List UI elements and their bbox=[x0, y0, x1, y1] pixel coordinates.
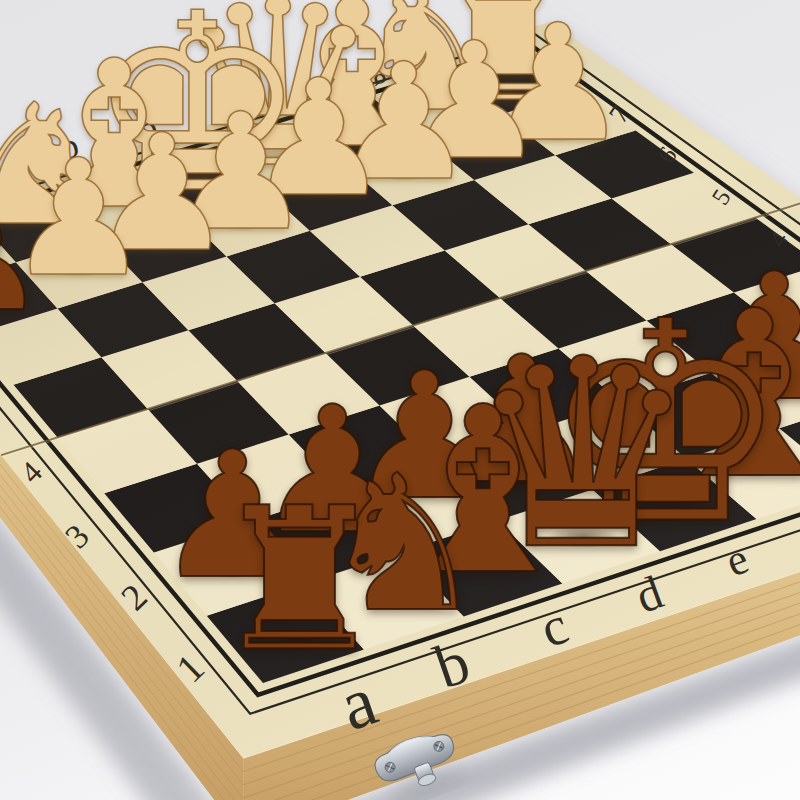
piece-dark-rook-a1[interactable]: ♜ bbox=[211, 482, 388, 679]
pieces: ♞♝♚♛♝♞♜♟♟♟♟♟♟♟♟♜♞♝♛♚♝♟♟♟♟♟ bbox=[0, 0, 800, 800]
piece-dark-pawn-a7[interactable]: ♟ bbox=[0, 173, 48, 334]
chess-set-photo: cdefghabcde12347654 ♞♝♚♛♝♞♜♟♟♟♟♟♟♟♟♜♞♝♛♚… bbox=[0, 0, 800, 800]
